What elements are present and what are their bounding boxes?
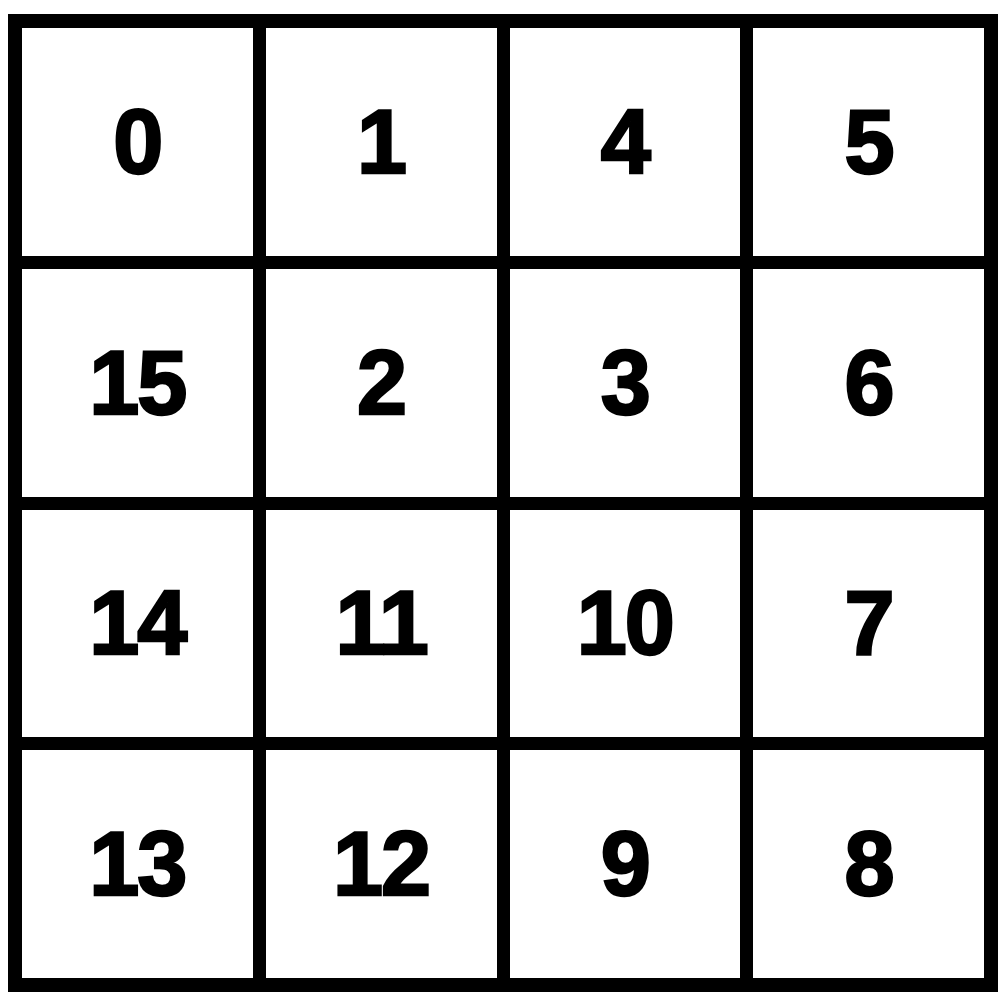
cell-r2c1: 11: [266, 510, 497, 738]
cell-r0c2: 4: [510, 28, 741, 256]
cell-r0c1: 1: [266, 28, 497, 256]
cell-r3c2: 9: [510, 750, 741, 978]
cell-r3c1: 12: [266, 750, 497, 978]
cell-r1c2: 3: [510, 269, 741, 497]
cell-r2c0: 14: [22, 510, 253, 738]
cell-r3c3: 8: [753, 750, 984, 978]
puzzle-board: 0 1 4 5 15 2 3 6 14 11 10 7 13 12 9 8: [8, 14, 998, 992]
cell-r2c3: 7: [753, 510, 984, 738]
cell-r3c0: 13: [22, 750, 253, 978]
cell-r0c0: 0: [22, 28, 253, 256]
cell-r0c3: 5: [753, 28, 984, 256]
cell-r2c2: 10: [510, 510, 741, 738]
cell-r1c0: 15: [22, 269, 253, 497]
cell-r1c3: 6: [753, 269, 984, 497]
cell-r1c1: 2: [266, 269, 497, 497]
page: 0 1 4 5 15 2 3 6 14 11 10 7 13 12 9 8: [0, 0, 1008, 1004]
